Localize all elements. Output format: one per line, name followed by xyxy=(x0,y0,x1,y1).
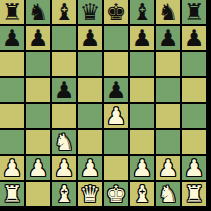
square-a2[interactable]: ♟ xyxy=(0,156,24,180)
square-b6[interactable] xyxy=(26,52,50,76)
white-pawn[interactable]: ♟ xyxy=(158,156,179,180)
black-bishop[interactable]: ♝ xyxy=(54,0,75,24)
black-pawn[interactable]: ♟ xyxy=(106,78,127,102)
square-c5[interactable]: ♟ xyxy=(52,78,76,102)
white-pawn[interactable]: ♟ xyxy=(184,156,205,180)
square-a4[interactable] xyxy=(0,104,24,128)
square-c4[interactable] xyxy=(52,104,76,128)
white-queen[interactable]: ♛ xyxy=(80,182,101,206)
chess-board-grid: ♜♞♝♛♚♝♞♜♟♟♟♟♟♟♟♟♟♞♟♟♟♟♟♟♟♜♝♛♚♝♞♜ xyxy=(0,0,206,206)
square-e2[interactable] xyxy=(104,156,128,180)
square-g1[interactable]: ♞ xyxy=(156,182,180,206)
black-pawn[interactable]: ♟ xyxy=(158,26,179,50)
square-e7[interactable] xyxy=(104,26,128,50)
square-h2[interactable]: ♟ xyxy=(182,156,206,180)
white-pawn[interactable]: ♟ xyxy=(106,104,127,128)
white-pawn[interactable]: ♟ xyxy=(28,156,49,180)
square-a6[interactable] xyxy=(0,52,24,76)
square-d8[interactable]: ♛ xyxy=(78,0,102,24)
white-bishop[interactable]: ♝ xyxy=(132,182,153,206)
white-knight[interactable]: ♞ xyxy=(158,182,179,206)
square-b4[interactable] xyxy=(26,104,50,128)
square-f3[interactable] xyxy=(130,130,154,154)
square-b8[interactable]: ♞ xyxy=(26,0,50,24)
square-a3[interactable] xyxy=(0,130,24,154)
white-pawn[interactable]: ♟ xyxy=(80,156,101,180)
black-knight[interactable]: ♞ xyxy=(158,0,179,24)
square-g3[interactable] xyxy=(156,130,180,154)
square-g5[interactable] xyxy=(156,78,180,102)
square-f5[interactable] xyxy=(130,78,154,102)
square-d6[interactable] xyxy=(78,52,102,76)
square-b1[interactable] xyxy=(26,182,50,206)
square-e5[interactable]: ♟ xyxy=(104,78,128,102)
square-a7[interactable]: ♟ xyxy=(0,26,24,50)
square-c3[interactable]: ♞ xyxy=(52,130,76,154)
square-g6[interactable] xyxy=(156,52,180,76)
square-f4[interactable] xyxy=(130,104,154,128)
white-knight[interactable]: ♞ xyxy=(54,130,75,154)
square-h8[interactable]: ♜ xyxy=(182,0,206,24)
square-h6[interactable] xyxy=(182,52,206,76)
white-pawn[interactable]: ♟ xyxy=(54,156,75,180)
square-e1[interactable]: ♚ xyxy=(104,182,128,206)
black-knight[interactable]: ♞ xyxy=(28,0,49,24)
square-f1[interactable]: ♝ xyxy=(130,182,154,206)
square-h4[interactable] xyxy=(182,104,206,128)
white-rook[interactable]: ♜ xyxy=(2,182,23,206)
square-d4[interactable] xyxy=(78,104,102,128)
white-bishop[interactable]: ♝ xyxy=(54,182,75,206)
square-h1[interactable]: ♜ xyxy=(182,182,206,206)
square-f7[interactable]: ♟ xyxy=(130,26,154,50)
square-f8[interactable]: ♝ xyxy=(130,0,154,24)
square-h7[interactable]: ♟ xyxy=(182,26,206,50)
square-d1[interactable]: ♛ xyxy=(78,182,102,206)
square-h5[interactable] xyxy=(182,78,206,102)
square-g2[interactable]: ♟ xyxy=(156,156,180,180)
square-g8[interactable]: ♞ xyxy=(156,0,180,24)
black-queen[interactable]: ♛ xyxy=(80,0,101,24)
white-rook[interactable]: ♜ xyxy=(184,182,205,206)
black-king[interactable]: ♚ xyxy=(106,0,127,24)
square-c1[interactable]: ♝ xyxy=(52,182,76,206)
square-b7[interactable]: ♟ xyxy=(26,26,50,50)
square-c6[interactable] xyxy=(52,52,76,76)
square-f6[interactable] xyxy=(130,52,154,76)
square-d3[interactable] xyxy=(78,130,102,154)
square-a8[interactable]: ♜ xyxy=(0,0,24,24)
white-king[interactable]: ♚ xyxy=(106,182,127,206)
black-pawn[interactable]: ♟ xyxy=(54,78,75,102)
square-b2[interactable]: ♟ xyxy=(26,156,50,180)
black-pawn[interactable]: ♟ xyxy=(80,26,101,50)
square-c8[interactable]: ♝ xyxy=(52,0,76,24)
square-c2[interactable]: ♟ xyxy=(52,156,76,180)
black-bishop[interactable]: ♝ xyxy=(132,0,153,24)
square-e8[interactable]: ♚ xyxy=(104,0,128,24)
chess-board: ♜♞♝♛♚♝♞♜♟♟♟♟♟♟♟♟♟♞♟♟♟♟♟♟♟♜♝♛♚♝♞♜ xyxy=(0,0,211,211)
square-a5[interactable] xyxy=(0,78,24,102)
white-pawn[interactable]: ♟ xyxy=(2,156,23,180)
square-c7[interactable] xyxy=(52,26,76,50)
white-pawn[interactable]: ♟ xyxy=(132,156,153,180)
square-e4[interactable]: ♟ xyxy=(104,104,128,128)
black-rook[interactable]: ♜ xyxy=(2,0,23,24)
black-pawn[interactable]: ♟ xyxy=(184,26,205,50)
square-b3[interactable] xyxy=(26,130,50,154)
black-pawn[interactable]: ♟ xyxy=(28,26,49,50)
square-e3[interactable] xyxy=(104,130,128,154)
square-h3[interactable] xyxy=(182,130,206,154)
black-pawn[interactable]: ♟ xyxy=(2,26,23,50)
square-f2[interactable]: ♟ xyxy=(130,156,154,180)
square-g4[interactable] xyxy=(156,104,180,128)
black-pawn[interactable]: ♟ xyxy=(132,26,153,50)
square-e6[interactable] xyxy=(104,52,128,76)
square-d5[interactable] xyxy=(78,78,102,102)
square-d2[interactable]: ♟ xyxy=(78,156,102,180)
square-d7[interactable]: ♟ xyxy=(78,26,102,50)
black-rook[interactable]: ♜ xyxy=(184,0,205,24)
square-b5[interactable] xyxy=(26,78,50,102)
square-a1[interactable]: ♜ xyxy=(0,182,24,206)
square-g7[interactable]: ♟ xyxy=(156,26,180,50)
